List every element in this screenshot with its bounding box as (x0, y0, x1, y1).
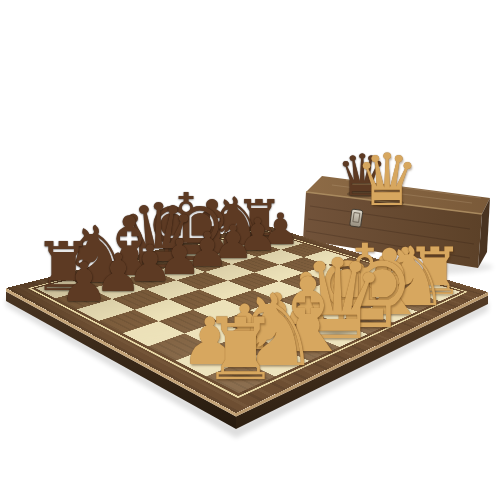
spare-piece-light-queen[interactable]: ♛ (355, 144, 420, 216)
piece-dark-pawn[interactable]: ♟ (60, 255, 109, 310)
chess-set-photo: ♜♞♝♛♚♝♞♜♟♟♟♟♟♟♟♟♟♟♟♟♟♟♟♟♜♞♝♛♚♝♞♜♛♛ (0, 0, 500, 500)
piece-light-rook[interactable]: ♜ (202, 307, 279, 393)
